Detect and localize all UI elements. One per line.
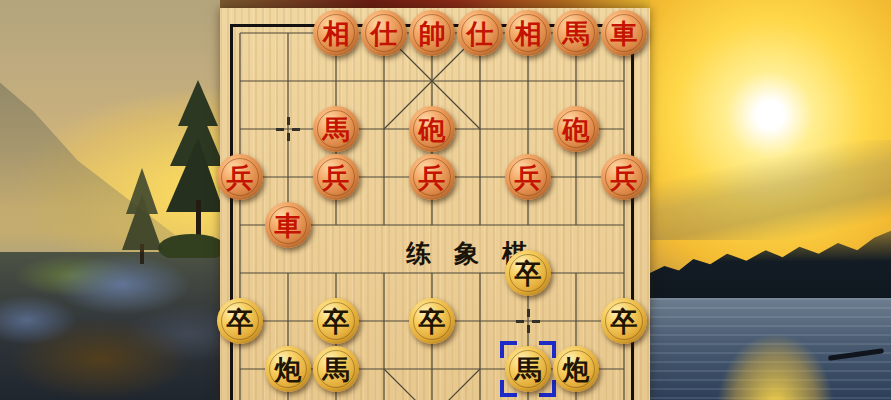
- screenshot: 练 象 棋 相仕帥仕相馬車馬砲砲兵兵兵兵兵車卒卒卒卒卒炮馬馬炮: [0, 0, 891, 400]
- piece-black-soldier[interactable]: 卒: [217, 298, 263, 344]
- piece-black-soldier[interactable]: 卒: [409, 298, 455, 344]
- piece-red-soldier[interactable]: 兵: [505, 154, 551, 200]
- piece-red-chariot[interactable]: 車: [601, 10, 647, 56]
- background-rocks: [0, 252, 222, 400]
- piece-red-horse[interactable]: 馬: [313, 106, 359, 152]
- piece-red-elephant[interactable]: 相: [505, 10, 551, 56]
- background-mountain: [0, 58, 185, 263]
- xiangqi-board[interactable]: 练 象 棋 相仕帥仕相馬車馬砲砲兵兵兵兵兵車卒卒卒卒卒炮馬馬炮: [220, 8, 650, 400]
- piece-black-soldier[interactable]: 卒: [505, 250, 551, 296]
- piece-black-horse[interactable]: 馬: [505, 346, 551, 392]
- piece-black-cannon[interactable]: 炮: [553, 346, 599, 392]
- background-treeline: [650, 222, 891, 310]
- background-pine-tree: [148, 80, 224, 258]
- piece-black-soldier[interactable]: 卒: [313, 298, 359, 344]
- piece-red-advisor[interactable]: 仕: [361, 10, 407, 56]
- piece-red-advisor[interactable]: 仕: [457, 10, 503, 56]
- piece-red-chariot[interactable]: 車: [265, 202, 311, 248]
- piece-red-soldier[interactable]: 兵: [217, 154, 263, 200]
- piece-black-horse[interactable]: 馬: [313, 346, 359, 392]
- background-cloud: [650, 140, 891, 240]
- position-marker-icon: [516, 309, 540, 333]
- piece-black-soldier[interactable]: 卒: [601, 298, 647, 344]
- piece-red-elephant[interactable]: 相: [313, 10, 359, 56]
- piece-red-general[interactable]: 帥: [409, 10, 455, 56]
- piece-black-cannon[interactable]: 炮: [265, 346, 311, 392]
- piece-red-horse[interactable]: 馬: [553, 10, 599, 56]
- background-branch: [828, 348, 884, 361]
- piece-red-soldier[interactable]: 兵: [313, 154, 359, 200]
- position-marker-icon: [276, 117, 300, 141]
- piece-red-cannon[interactable]: 砲: [553, 106, 599, 152]
- piece-red-cannon[interactable]: 砲: [409, 106, 455, 152]
- background-small-tree: [118, 168, 164, 264]
- piece-red-soldier[interactable]: 兵: [601, 154, 647, 200]
- piece-red-soldier[interactable]: 兵: [409, 154, 455, 200]
- background-water: [650, 298, 891, 400]
- background-left-scene: [0, 0, 222, 400]
- background-sunset-sun: [650, 0, 891, 400]
